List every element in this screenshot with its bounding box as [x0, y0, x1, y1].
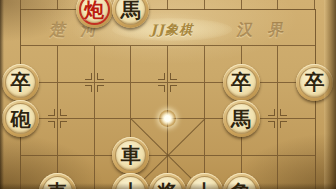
piece-glyph: 砲: [11, 109, 31, 129]
piece-face: 卒: [5, 67, 36, 98]
piece-black-soldier[interactable]: 卒: [223, 64, 260, 101]
piece-glyph: 炮: [84, 0, 104, 20]
piece-glyph: 馬: [121, 0, 141, 20]
piece-face: 車: [115, 140, 146, 171]
file-line-stub: [167, 0, 168, 10]
point-marker: [85, 73, 104, 92]
piece-black-soldier[interactable]: 卒: [2, 64, 39, 101]
file-line-stub: [20, 0, 21, 10]
file-line-stub: [277, 0, 278, 10]
piece-black-horse[interactable]: 馬: [223, 100, 260, 137]
file-line-stub: [314, 0, 315, 10]
piece-glyph: 卒: [305, 72, 325, 92]
file-line-stub: [204, 0, 205, 10]
board-left-edge: [0, 0, 4, 189]
board-right-bevel: [324, 0, 336, 189]
piece-glyph: 車: [121, 145, 141, 165]
piece-black-cannon[interactable]: 砲: [2, 100, 39, 137]
piece-glyph: 馬: [231, 109, 251, 129]
point-marker: [268, 109, 287, 128]
piece-glyph: 卒: [231, 72, 251, 92]
file-line-stub: [241, 0, 242, 10]
piece-glyph: 卒: [11, 72, 31, 92]
piece-face: 卒: [226, 67, 257, 98]
file-line-stub: [57, 0, 58, 10]
piece-face: 馬: [226, 103, 257, 134]
board-bottom-shadow: [0, 183, 336, 189]
piece-black-chariot[interactable]: 車: [112, 137, 149, 174]
piece-face: 馬: [115, 0, 146, 25]
xiangqi-board: 楚河 汉界 JJ象棋 炮馬卒卒卒砲馬車車士将士象: [0, 0, 336, 189]
point-marker: [158, 73, 177, 92]
river-label-han: 汉界: [235, 20, 301, 41]
piece-face: 炮: [79, 0, 110, 25]
piece-face: 砲: [5, 103, 36, 134]
point-marker: [48, 109, 67, 128]
